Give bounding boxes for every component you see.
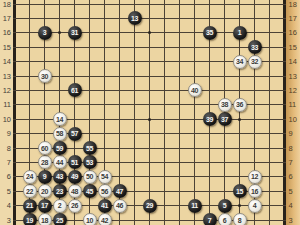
stone-b5-P4: 5 [218,199,232,213]
stone-w50-F6: 50 [83,170,97,184]
grid-line [13,18,286,19]
stone-b39-O10: 39 [203,112,217,126]
stone-b57-E9: 57 [68,127,82,141]
grid-line [13,76,286,77]
stone-b21-B4: 21 [23,199,37,213]
row-label-left-6: 6 [0,172,11,181]
stone-w48-E5: 48 [68,184,82,198]
stone-w58-D9: 58 [53,127,67,141]
stone-b3-C16: 3 [38,26,52,40]
star-point [238,204,241,207]
stone-w42-G3: 42 [98,213,112,225]
star-point [58,31,61,34]
row-label-right-12: 12 [289,86,297,95]
stone-b33-R15: 33 [248,40,262,54]
row-label-right-3: 3 [289,216,293,225]
row-label-right-10: 10 [289,115,297,124]
stone-w4-R4: 4 [248,199,262,213]
row-label-left-7: 7 [0,158,11,167]
stone-w12-R6: 12 [248,170,262,184]
stone-w30-C13: 30 [38,69,52,83]
stone-w26-E4: 26 [68,199,82,213]
stone-b53-F7: 53 [83,155,97,169]
stone-b59-D8: 59 [53,141,67,155]
stone-w40-N12: 40 [188,83,202,97]
row-label-left-15: 15 [0,43,11,52]
row-label-left-10: 10 [0,115,11,124]
grid-line [13,90,286,91]
stone-b15-Q5: 15 [233,184,247,198]
stone-b29-K4: 29 [143,199,157,213]
stone-w24-B6: 24 [23,170,37,184]
stone-w20-C5: 20 [38,184,52,198]
stone-b7-O3: 7 [203,213,217,225]
stone-b51-E7: 51 [68,155,82,169]
row-label-left-14: 14 [0,57,11,66]
stone-b35-O16: 35 [203,26,217,40]
row-label-left-4: 4 [0,201,11,210]
row-label-right-16: 16 [289,28,297,37]
stone-w18-C3: 18 [38,213,52,225]
stone-b25-D3: 25 [53,213,67,225]
stone-w34-Q14: 34 [233,55,247,69]
row-label-left-18: 18 [0,0,11,9]
stone-w44-D7: 44 [53,155,67,169]
star-point [148,31,151,34]
stone-b23-D5: 23 [53,184,67,198]
stone-w22-B5: 22 [23,184,37,198]
row-label-left-12: 12 [0,86,11,95]
row-label-left-3: 3 [0,216,11,225]
stone-w60-C8: 60 [38,141,52,155]
stone-w6-P3: 6 [218,213,232,225]
row-label-right-13: 13 [289,72,297,81]
row-label-right-4: 4 [289,201,293,210]
row-label-right-7: 7 [289,158,293,167]
row-label-right-11: 11 [289,100,297,109]
stone-b11-N4: 11 [188,199,202,213]
stone-w32-R14: 32 [248,55,262,69]
row-label-left-16: 16 [0,28,11,37]
stone-b47-H5: 47 [113,184,127,198]
stone-b41-G4: 41 [98,199,112,213]
stone-b13-J17: 13 [128,11,142,25]
stone-b9-C6: 9 [38,170,52,184]
row-label-left-5: 5 [0,187,11,196]
stone-b17-C4: 17 [38,199,52,213]
grid-line [13,4,286,5]
stone-w14-D10: 14 [53,112,67,126]
row-label-left-11: 11 [0,100,11,109]
row-label-right-18: 18 [289,0,297,9]
row-label-left-8: 8 [0,144,11,153]
stone-b19-B3: 19 [23,213,37,225]
stone-b43-D6: 43 [53,170,67,184]
row-label-right-9: 9 [289,129,293,138]
star-point [238,118,241,121]
stone-w2-D4: 2 [53,199,67,213]
stone-w10-F3: 10 [83,213,97,225]
go-app-screen: 1818171716161515141413131212111110109988… [0,0,300,225]
stone-w56-G5: 56 [98,184,112,198]
grid-line [13,47,286,48]
stone-w38-P11: 38 [218,98,232,112]
stone-w54-G6: 54 [98,170,112,184]
row-label-right-6: 6 [289,172,293,181]
row-label-left-13: 13 [0,72,11,81]
row-label-right-14: 14 [289,57,297,66]
stone-b49-E6: 49 [68,170,82,184]
stone-b61-E12: 61 [68,83,82,97]
stone-w16-R5: 16 [248,184,262,198]
row-label-left-17: 17 [0,14,11,23]
stone-w46-H4: 46 [113,199,127,213]
row-label-right-15: 15 [289,43,297,52]
stone-b1-Q16: 1 [233,26,247,40]
row-label-right-17: 17 [289,14,297,23]
stone-w28-C7: 28 [38,155,52,169]
row-label-right-8: 8 [289,144,293,153]
stone-w36-Q11: 36 [233,98,247,112]
stone-w8-Q3: 8 [233,213,247,225]
star-point [148,118,151,121]
stone-b31-E16: 31 [68,26,82,40]
row-label-right-5: 5 [289,187,293,196]
stone-b45-F5: 45 [83,184,97,198]
stone-b55-F8: 55 [83,141,97,155]
stone-b37-P10: 37 [218,112,232,126]
row-label-left-9: 9 [0,129,11,138]
